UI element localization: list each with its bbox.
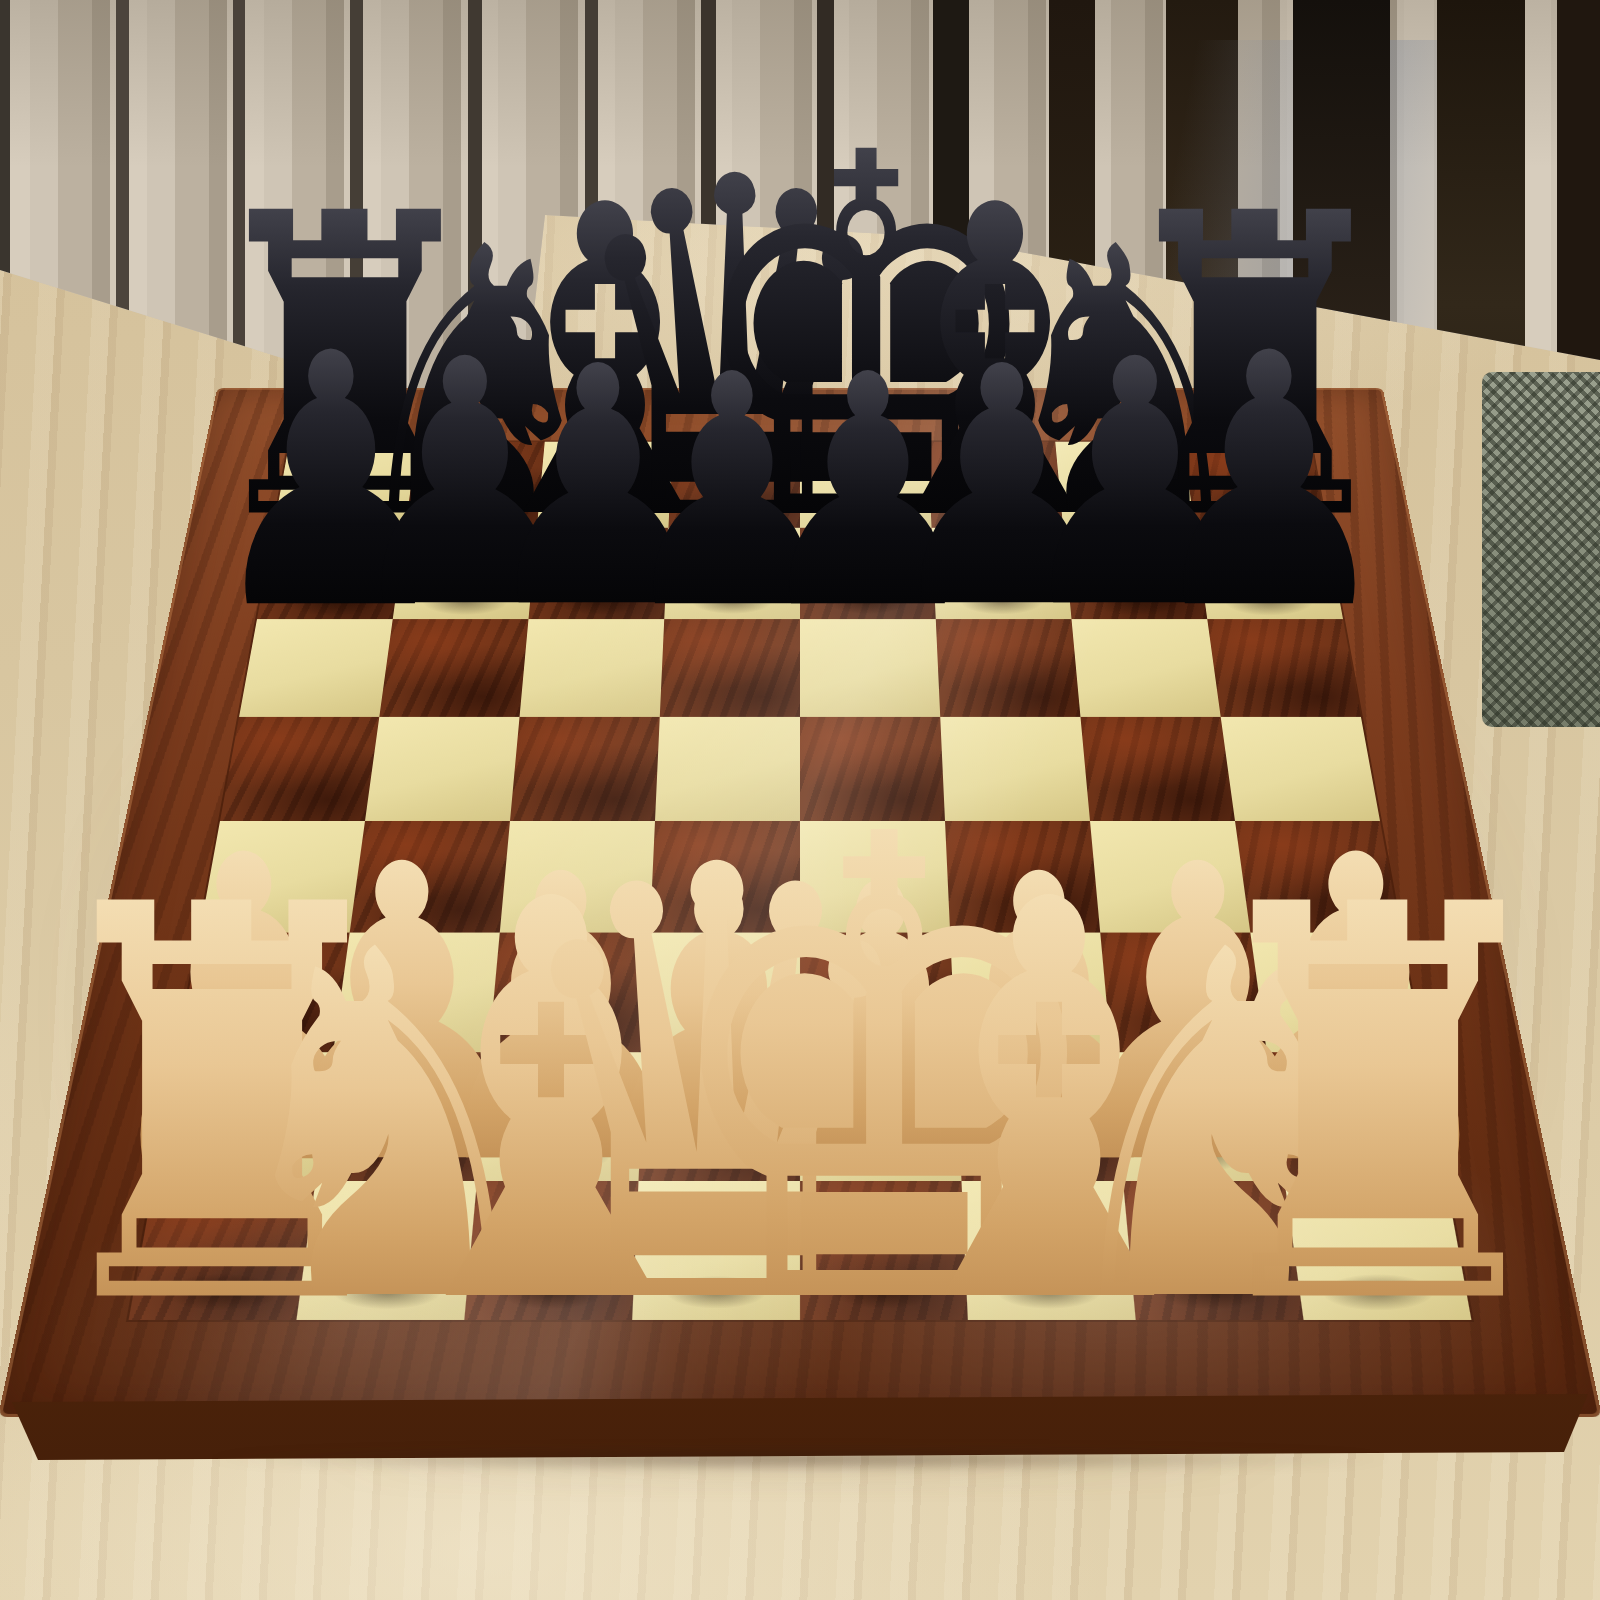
board-contact-shadow [30,1446,1570,1472]
pieces-layer: ♜♞♝♛♚♝♞♜♟♟♟♟♟♟♟♟♟♟♟♟♟♟♟♟♜♞♝♛♚♝♞♜ [0,0,1600,1600]
black-pawn-h7[interactable]: ♟ [1141,308,1397,657]
photo-scene: ♜♞♝♛♚♝♞♜♟♟♟♟♟♟♟♟♟♟♟♟♟♟♟♟♜♞♝♛♚♝♞♜ [0,0,1600,1600]
white-rook-h1[interactable]: ♜ [1179,837,1578,1379]
